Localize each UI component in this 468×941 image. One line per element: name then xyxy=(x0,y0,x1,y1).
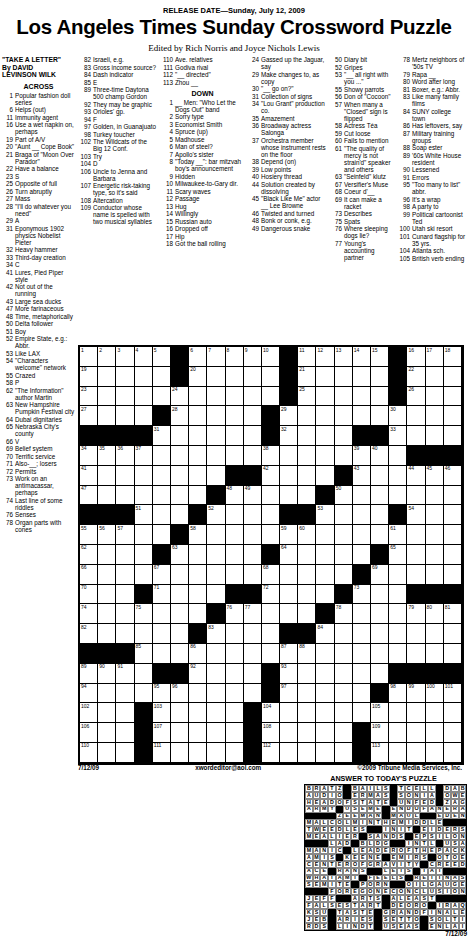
grid-cell[interactable] xyxy=(189,684,207,704)
grid-cell[interactable] xyxy=(407,723,425,743)
grid-cell[interactable] xyxy=(444,426,462,446)
grid-cell[interactable]: 36 xyxy=(116,446,134,466)
grid-cell[interactable] xyxy=(189,743,207,763)
grid-cell[interactable] xyxy=(426,505,444,525)
grid-cell[interactable] xyxy=(244,545,262,565)
grid-cell[interactable] xyxy=(171,585,189,605)
grid-cell[interactable] xyxy=(171,426,189,446)
grid-cell[interactable]: 58 xyxy=(189,525,207,545)
grid-cell[interactable] xyxy=(207,684,225,704)
grid-cell[interactable] xyxy=(189,585,207,605)
grid-cell[interactable] xyxy=(280,565,298,585)
grid-cell[interactable]: 17 xyxy=(426,347,444,367)
grid-cell[interactable] xyxy=(335,723,353,743)
grid-cell[interactable] xyxy=(189,545,207,565)
grid-cell[interactable]: 67 xyxy=(153,565,171,585)
grid-cell[interactable] xyxy=(171,466,189,486)
grid-cell[interactable] xyxy=(280,466,298,486)
grid-cell[interactable] xyxy=(298,743,316,763)
grid-cell[interactable]: 54 xyxy=(407,505,425,525)
grid-cell[interactable] xyxy=(316,684,334,704)
grid-cell[interactable] xyxy=(407,624,425,644)
grid-cell[interactable]: 31 xyxy=(153,426,171,446)
grid-cell[interactable] xyxy=(153,505,171,525)
grid-cell[interactable] xyxy=(298,466,316,486)
grid-cell[interactable] xyxy=(226,367,244,387)
grid-cell[interactable]: 93 xyxy=(280,664,298,684)
grid-cell[interactable]: 46 xyxy=(444,466,462,486)
grid-cell[interactable] xyxy=(189,466,207,486)
grid-cell[interactable] xyxy=(98,743,116,763)
grid-cell[interactable] xyxy=(335,406,353,426)
grid-cell[interactable] xyxy=(262,486,280,506)
grid-cell[interactable] xyxy=(116,703,134,723)
grid-cell[interactable]: 94 xyxy=(80,684,98,704)
grid-cell[interactable] xyxy=(316,367,334,387)
grid-cell[interactable] xyxy=(280,723,298,743)
grid-cell[interactable] xyxy=(280,703,298,723)
grid-cell[interactable] xyxy=(153,367,171,387)
grid-cell[interactable] xyxy=(262,525,280,545)
grid-cell[interactable]: 99 xyxy=(407,684,425,704)
grid-cell[interactable] xyxy=(226,703,244,723)
grid-cell[interactable]: 21 xyxy=(298,367,316,387)
grid-cell[interactable]: 44 xyxy=(407,466,425,486)
grid-cell[interactable] xyxy=(171,604,189,624)
grid-cell[interactable] xyxy=(298,426,316,446)
grid-cell[interactable] xyxy=(116,486,134,506)
grid-cell[interactable]: 100 xyxy=(426,684,444,704)
grid-cell[interactable]: 82 xyxy=(80,624,98,644)
grid-cell[interactable] xyxy=(153,525,171,545)
grid-cell[interactable] xyxy=(316,426,334,446)
grid-cell[interactable] xyxy=(98,486,116,506)
grid-cell[interactable] xyxy=(262,644,280,664)
grid-cell[interactable]: 47 xyxy=(80,486,98,506)
grid-cell[interactable]: 77 xyxy=(244,604,262,624)
grid-cell[interactable] xyxy=(226,505,244,525)
grid-cell[interactable] xyxy=(171,486,189,506)
grid-cell[interactable] xyxy=(371,585,389,605)
grid-cell[interactable] xyxy=(207,565,225,585)
grid-cell[interactable] xyxy=(171,565,189,585)
grid-cell[interactable] xyxy=(153,466,171,486)
grid-cell[interactable] xyxy=(298,486,316,506)
grid-cell[interactable] xyxy=(389,723,407,743)
grid-cell[interactable] xyxy=(207,466,225,486)
grid-cell[interactable] xyxy=(262,624,280,644)
grid-cell[interactable]: 40 xyxy=(371,446,389,466)
grid-cell[interactable] xyxy=(226,684,244,704)
grid-cell[interactable]: 104 xyxy=(262,703,280,723)
grid-cell[interactable] xyxy=(207,664,225,684)
grid-cell[interactable] xyxy=(226,743,244,763)
grid-cell[interactable]: 24 xyxy=(171,387,189,407)
grid-cell[interactable]: 69 xyxy=(371,565,389,585)
grid-cell[interactable] xyxy=(444,486,462,506)
grid-cell[interactable] xyxy=(153,644,171,664)
grid-cell[interactable] xyxy=(244,644,262,664)
grid-cell[interactable] xyxy=(444,367,462,387)
grid-cell[interactable] xyxy=(135,545,153,565)
grid-cell[interactable]: 39 xyxy=(353,446,371,466)
grid-cell[interactable] xyxy=(426,703,444,723)
grid-cell[interactable]: 81 xyxy=(444,604,462,624)
grid-cell[interactable] xyxy=(189,387,207,407)
grid-cell[interactable] xyxy=(207,723,225,743)
grid-cell[interactable] xyxy=(389,604,407,624)
grid-cell[interactable]: 56 xyxy=(98,525,116,545)
grid-cell[interactable] xyxy=(407,426,425,446)
grid-cell[interactable] xyxy=(335,664,353,684)
grid-cell[interactable]: 4 xyxy=(135,347,153,367)
grid-cell[interactable] xyxy=(116,585,134,605)
grid-cell[interactable] xyxy=(371,505,389,525)
grid-cell[interactable] xyxy=(207,426,225,446)
grid-cell[interactable]: 26 xyxy=(407,387,425,407)
grid-cell[interactable] xyxy=(189,703,207,723)
grid-cell[interactable] xyxy=(298,446,316,466)
grid-cell[interactable] xyxy=(116,565,134,585)
grid-cell[interactable]: 2 xyxy=(98,347,116,367)
grid-cell[interactable] xyxy=(298,565,316,585)
grid-cell[interactable] xyxy=(116,624,134,644)
grid-cell[interactable] xyxy=(371,466,389,486)
grid-cell[interactable]: 1 xyxy=(80,347,98,367)
grid-cell[interactable]: 107 xyxy=(153,723,171,743)
grid-cell[interactable] xyxy=(98,367,116,387)
grid-cell[interactable] xyxy=(353,644,371,664)
grid-cell[interactable] xyxy=(244,446,262,466)
grid-cell[interactable]: 5 xyxy=(153,347,171,367)
grid-cell[interactable] xyxy=(316,664,334,684)
grid-cell[interactable] xyxy=(189,406,207,426)
grid-cell[interactable]: 16 xyxy=(407,347,425,367)
grid-cell[interactable]: 12 xyxy=(316,347,334,367)
grid-cell[interactable] xyxy=(244,505,262,525)
grid-cell[interactable] xyxy=(335,684,353,704)
grid-cell[interactable]: 111 xyxy=(153,743,171,763)
grid-cell[interactable] xyxy=(444,505,462,525)
grid-cell[interactable] xyxy=(426,545,444,565)
grid-cell[interactable] xyxy=(135,684,153,704)
grid-cell[interactable] xyxy=(426,723,444,743)
grid-cell[interactable] xyxy=(335,565,353,585)
grid-cell[interactable]: 86 xyxy=(189,644,207,664)
grid-cell[interactable] xyxy=(444,723,462,743)
grid-cell[interactable] xyxy=(189,446,207,466)
grid-cell[interactable] xyxy=(426,387,444,407)
grid-cell[interactable] xyxy=(98,604,116,624)
grid-cell[interactable] xyxy=(298,585,316,605)
grid-cell[interactable] xyxy=(407,743,425,763)
grid-cell[interactable] xyxy=(207,525,225,545)
grid-cell[interactable] xyxy=(171,446,189,466)
grid-cell[interactable]: 35 xyxy=(98,446,116,466)
grid-cell[interactable] xyxy=(316,446,334,466)
grid-cell[interactable]: 29 xyxy=(280,406,298,426)
grid-cell[interactable] xyxy=(98,406,116,426)
grid-cell[interactable]: 78 xyxy=(335,604,353,624)
grid-cell[interactable] xyxy=(444,525,462,545)
grid-cell[interactable] xyxy=(98,565,116,585)
grid-cell[interactable] xyxy=(116,367,134,387)
grid-cell[interactable]: 63 xyxy=(171,545,189,565)
grid-cell[interactable] xyxy=(116,723,134,743)
grid-cell[interactable] xyxy=(244,406,262,426)
grid-cell[interactable]: 30 xyxy=(389,406,407,426)
grid-cell[interactable] xyxy=(98,545,116,565)
grid-cell[interactable]: 108 xyxy=(262,723,280,743)
grid-cell[interactable] xyxy=(207,644,225,664)
grid-cell[interactable] xyxy=(371,664,389,684)
grid-cell[interactable] xyxy=(335,367,353,387)
grid-cell[interactable] xyxy=(189,604,207,624)
grid-cell[interactable]: 55 xyxy=(80,525,98,545)
grid-cell[interactable]: 50 xyxy=(335,486,353,506)
grid-cell[interactable] xyxy=(98,387,116,407)
grid-cell[interactable] xyxy=(244,624,262,644)
grid-cell[interactable] xyxy=(426,525,444,545)
grid-cell[interactable] xyxy=(135,624,153,644)
grid-cell[interactable] xyxy=(316,406,334,426)
grid-cell[interactable] xyxy=(207,743,225,763)
grid-cell[interactable] xyxy=(316,525,334,545)
grid-cell[interactable] xyxy=(407,545,425,565)
grid-cell[interactable] xyxy=(207,585,225,605)
grid-cell[interactable] xyxy=(298,604,316,624)
grid-cell[interactable]: 13 xyxy=(335,347,353,367)
grid-cell[interactable] xyxy=(371,367,389,387)
grid-cell[interactable]: 20 xyxy=(189,367,207,387)
grid-cell[interactable] xyxy=(98,703,116,723)
grid-cell[interactable] xyxy=(298,684,316,704)
grid-cell[interactable] xyxy=(316,565,334,585)
grid-cell[interactable]: 65 xyxy=(389,545,407,565)
grid-cell[interactable] xyxy=(353,624,371,644)
grid-cell[interactable]: 70 xyxy=(80,585,98,605)
grid-cell[interactable] xyxy=(353,367,371,387)
grid-cell[interactable]: 23 xyxy=(80,387,98,407)
grid-cell[interactable] xyxy=(426,644,444,664)
grid-cell[interactable] xyxy=(335,426,353,446)
grid-cell[interactable] xyxy=(335,525,353,545)
grid-cell[interactable]: 73 xyxy=(353,585,371,605)
grid-cell[interactable]: 87 xyxy=(280,644,298,664)
grid-cell[interactable]: 72 xyxy=(262,585,280,605)
grid-cell[interactable]: 80 xyxy=(426,604,444,624)
grid-cell[interactable]: 88 xyxy=(298,644,316,664)
grid-cell[interactable] xyxy=(244,565,262,585)
grid-cell[interactable] xyxy=(226,624,244,644)
grid-cell[interactable]: 42 xyxy=(262,466,280,486)
grid-cell[interactable]: 95 xyxy=(153,684,171,704)
grid-cell[interactable]: 7 xyxy=(207,347,225,367)
grid-cell[interactable] xyxy=(116,466,134,486)
grid-cell[interactable] xyxy=(171,723,189,743)
grid-cell[interactable] xyxy=(444,545,462,565)
grid-cell[interactable] xyxy=(444,624,462,644)
grid-cell[interactable] xyxy=(389,624,407,644)
grid-cell[interactable] xyxy=(207,703,225,723)
grid-cell[interactable] xyxy=(207,387,225,407)
grid-cell[interactable] xyxy=(298,723,316,743)
grid-cell[interactable] xyxy=(426,367,444,387)
grid-cell[interactable] xyxy=(298,703,316,723)
grid-cell[interactable] xyxy=(407,486,425,506)
grid-cell[interactable]: 15 xyxy=(371,347,389,367)
grid-cell[interactable]: 6 xyxy=(189,347,207,367)
grid-cell[interactable] xyxy=(98,466,116,486)
grid-cell[interactable] xyxy=(207,367,225,387)
grid-cell[interactable] xyxy=(316,644,334,664)
grid-cell[interactable] xyxy=(371,604,389,624)
grid-cell[interactable] xyxy=(244,664,262,684)
grid-cell[interactable]: 110 xyxy=(80,743,98,763)
grid-cell[interactable] xyxy=(316,545,334,565)
grid-cell[interactable] xyxy=(335,545,353,565)
grid-cell[interactable]: 83 xyxy=(207,624,225,644)
grid-cell[interactable] xyxy=(280,585,298,605)
grid-cell[interactable] xyxy=(316,743,334,763)
grid-cell[interactable] xyxy=(171,644,189,664)
grid-cell[interactable] xyxy=(353,406,371,426)
grid-cell[interactable] xyxy=(316,466,334,486)
grid-cell[interactable] xyxy=(226,565,244,585)
grid-cell[interactable] xyxy=(407,525,425,545)
grid-cell[interactable] xyxy=(389,466,407,486)
grid-cell[interactable] xyxy=(226,446,244,466)
grid-cell[interactable] xyxy=(316,585,334,605)
grid-cell[interactable] xyxy=(98,585,116,605)
grid-cell[interactable]: 57 xyxy=(116,525,134,545)
grid-cell[interactable] xyxy=(116,545,134,565)
grid-cell[interactable] xyxy=(389,585,407,605)
grid-cell[interactable]: 41 xyxy=(80,466,98,486)
grid-cell[interactable] xyxy=(389,644,407,664)
grid-cell[interactable]: 68 xyxy=(262,565,280,585)
grid-cell[interactable] xyxy=(135,367,153,387)
grid-cell[interactable] xyxy=(444,406,462,426)
grid-cell[interactable] xyxy=(135,466,153,486)
grid-cell[interactable] xyxy=(298,664,316,684)
grid-cell[interactable] xyxy=(135,565,153,585)
grid-cell[interactable] xyxy=(262,387,280,407)
grid-cell[interactable] xyxy=(207,446,225,466)
grid-cell[interactable]: 14 xyxy=(353,347,371,367)
grid-cell[interactable] xyxy=(335,703,353,723)
grid-cell[interactable]: 8 xyxy=(226,347,244,367)
grid-cell[interactable] xyxy=(371,406,389,426)
grid-cell[interactable]: 53 xyxy=(316,505,334,525)
grid-cell[interactable]: 38 xyxy=(262,446,280,466)
grid-cell[interactable] xyxy=(244,367,262,387)
grid-cell[interactable] xyxy=(135,387,153,407)
grid-cell[interactable] xyxy=(426,406,444,426)
grid-cell[interactable]: 37 xyxy=(135,446,153,466)
grid-cell[interactable]: 113 xyxy=(371,743,389,763)
grid-cell[interactable] xyxy=(407,644,425,664)
grid-cell[interactable] xyxy=(98,684,116,704)
grid-cell[interactable]: 28 xyxy=(171,406,189,426)
grid-cell[interactable]: 25 xyxy=(298,387,316,407)
grid-cell[interactable] xyxy=(353,604,371,624)
grid-cell[interactable] xyxy=(444,743,462,763)
grid-cell[interactable] xyxy=(371,486,389,506)
grid-cell[interactable] xyxy=(371,525,389,545)
grid-cell[interactable]: 48 xyxy=(226,486,244,506)
grid-cell[interactable]: 10 xyxy=(262,347,280,367)
grid-cell[interactable] xyxy=(335,505,353,525)
grid-cell[interactable]: 33 xyxy=(389,426,407,446)
grid-cell[interactable] xyxy=(316,703,334,723)
grid-cell[interactable] xyxy=(116,406,134,426)
grid-cell[interactable] xyxy=(389,446,407,466)
grid-cell[interactable] xyxy=(444,565,462,585)
grid-cell[interactable] xyxy=(426,624,444,644)
grid-cell[interactable] xyxy=(426,743,444,763)
grid-cell[interactable]: 91 xyxy=(116,664,134,684)
grid-cell[interactable] xyxy=(189,486,207,506)
grid-cell[interactable] xyxy=(189,723,207,743)
grid-cell[interactable] xyxy=(226,387,244,407)
grid-cell[interactable] xyxy=(353,525,371,545)
grid-cell[interactable] xyxy=(353,387,371,407)
grid-cell[interactable] xyxy=(280,446,298,466)
grid-cell[interactable]: 97 xyxy=(280,684,298,704)
grid-cell[interactable] xyxy=(426,486,444,506)
grid-cell[interactable]: 59 xyxy=(280,525,298,545)
grid-cell[interactable]: 112 xyxy=(262,743,280,763)
grid-cell[interactable]: 79 xyxy=(407,604,425,624)
grid-cell[interactable] xyxy=(171,505,189,525)
grid-cell[interactable] xyxy=(444,703,462,723)
grid-cell[interactable]: 22 xyxy=(407,367,425,387)
grid-cell[interactable] xyxy=(189,565,207,585)
grid-cell[interactable] xyxy=(426,565,444,585)
grid-cell[interactable] xyxy=(135,664,153,684)
grid-cell[interactable] xyxy=(153,624,171,644)
grid-cell[interactable] xyxy=(335,624,353,644)
grid-cell[interactable] xyxy=(353,684,371,704)
grid-cell[interactable] xyxy=(353,664,371,684)
grid-cell[interactable] xyxy=(335,743,353,763)
grid-cell[interactable]: 60 xyxy=(298,525,316,545)
grid-cell[interactable] xyxy=(116,604,134,624)
grid-cell[interactable]: 96 xyxy=(171,684,189,704)
grid-cell[interactable]: 105 xyxy=(371,703,389,723)
grid-cell[interactable] xyxy=(207,406,225,426)
grid-cell[interactable]: 3 xyxy=(116,347,134,367)
grid-cell[interactable] xyxy=(171,624,189,644)
grid-cell[interactable]: 89 xyxy=(80,664,98,684)
grid-cell[interactable] xyxy=(171,743,189,763)
grid-cell[interactable]: 27 xyxy=(80,406,98,426)
grid-cell[interactable] xyxy=(335,644,353,664)
grid-cell[interactable]: 74 xyxy=(80,604,98,624)
grid-cell[interactable] xyxy=(244,684,262,704)
grid-cell[interactable] xyxy=(262,505,280,525)
grid-cell[interactable] xyxy=(207,545,225,565)
grid-cell[interactable] xyxy=(153,486,171,506)
grid-cell[interactable]: 11 xyxy=(298,347,316,367)
grid-cell[interactable] xyxy=(153,387,171,407)
grid-cell[interactable] xyxy=(244,387,262,407)
grid-cell[interactable]: 62 xyxy=(80,545,98,565)
grid-cell[interactable]: 71 xyxy=(153,585,171,605)
grid-cell[interactable]: 103 xyxy=(153,703,171,723)
grid-cell[interactable] xyxy=(226,644,244,664)
